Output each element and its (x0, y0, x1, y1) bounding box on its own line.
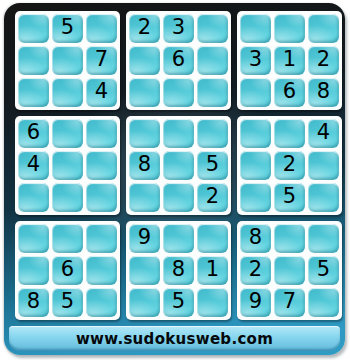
cell-r3c5[interactable] (163, 78, 194, 107)
cell-r4c1[interactable]: 6 (18, 119, 49, 148)
cell-r2c3[interactable]: 7 (86, 46, 117, 75)
cell-r7c4[interactable]: 9 (129, 224, 160, 253)
cell-r3c6[interactable] (197, 78, 228, 107)
cell-r6c5[interactable] (163, 183, 194, 212)
box-1-2: 236 (126, 11, 231, 110)
cell-r1c1[interactable] (18, 14, 49, 43)
cell-r6c2[interactable] (52, 183, 83, 212)
cell-r7c5[interactable] (163, 224, 194, 253)
cell-r3c1[interactable] (18, 78, 49, 107)
cell-value: 7 (95, 49, 108, 70)
cell-r5c6[interactable]: 5 (197, 151, 228, 180)
box-1-3: 31268 (237, 11, 342, 110)
cell-r4c5[interactable] (163, 119, 194, 148)
cell-r8c8[interactable] (274, 256, 305, 285)
cell-r6c6[interactable]: 2 (197, 183, 228, 212)
cell-r4c8[interactable] (274, 119, 305, 148)
cell-value: 5 (172, 291, 185, 312)
cell-r4c6[interactable] (197, 119, 228, 148)
footer-bar: www.sudokusweb.com (9, 326, 340, 351)
cell-r4c9[interactable]: 4 (308, 119, 339, 148)
cell-value: 9 (249, 291, 262, 312)
cell-value: 8 (172, 259, 185, 280)
cell-value: 6 (61, 259, 74, 280)
board-frame: 5742363126864852425685981582597 www.sudo… (4, 3, 345, 355)
cell-value: 6 (172, 49, 185, 70)
cell-r7c8[interactable] (274, 224, 305, 253)
cell-r3c3[interactable]: 4 (86, 78, 117, 107)
cell-r8c5[interactable]: 8 (163, 256, 194, 285)
cell-r1c7[interactable] (240, 14, 271, 43)
cell-r7c9[interactable] (308, 224, 339, 253)
cell-r5c7[interactable] (240, 151, 271, 180)
cell-r4c4[interactable] (129, 119, 160, 148)
cell-r1c9[interactable] (308, 14, 339, 43)
cell-r8c7[interactable]: 2 (240, 256, 271, 285)
cell-value: 5 (206, 154, 219, 175)
box-3-1: 685 (15, 221, 120, 320)
cell-r9c9[interactable] (308, 288, 339, 317)
site-url: www.sudokusweb.com (76, 330, 273, 348)
cell-value: 2 (138, 17, 151, 38)
cell-value: 5 (61, 291, 74, 312)
cell-value: 1 (206, 259, 219, 280)
cell-r1c3[interactable] (86, 14, 117, 43)
cell-r3c4[interactable] (129, 78, 160, 107)
cell-r1c4[interactable]: 2 (129, 14, 160, 43)
box-2-1: 64 (15, 116, 120, 215)
cell-r6c9[interactable] (308, 183, 339, 212)
box-2-3: 425 (237, 116, 342, 215)
cell-value: 6 (283, 81, 296, 102)
cell-r3c2[interactable] (52, 78, 83, 107)
cell-value: 9 (138, 227, 151, 248)
cell-value: 4 (27, 154, 40, 175)
box-3-3: 82597 (237, 221, 342, 320)
cell-r2c8[interactable]: 1 (274, 46, 305, 75)
cell-r2c2[interactable] (52, 46, 83, 75)
cell-r4c7[interactable] (240, 119, 271, 148)
cell-value: 8 (27, 291, 40, 312)
cell-r5c9[interactable] (308, 151, 339, 180)
cell-value: 7 (283, 291, 296, 312)
cell-r4c3[interactable] (86, 119, 117, 148)
cell-r3c7[interactable] (240, 78, 271, 107)
cell-value: 2 (283, 154, 296, 175)
cell-r6c1[interactable] (18, 183, 49, 212)
cell-r9c6[interactable] (197, 288, 228, 317)
cell-r5c8[interactable]: 2 (274, 151, 305, 180)
cell-r2c9[interactable]: 2 (308, 46, 339, 75)
cell-value: 3 (172, 17, 185, 38)
cell-value: 1 (283, 49, 296, 70)
cell-r8c6[interactable]: 1 (197, 256, 228, 285)
cell-r8c1[interactable] (18, 256, 49, 285)
cell-r1c6[interactable] (197, 14, 228, 43)
cell-value: 2 (206, 186, 219, 207)
cell-r2c4[interactable] (129, 46, 160, 75)
cell-r6c3[interactable] (86, 183, 117, 212)
cell-r5c1[interactable]: 4 (18, 151, 49, 180)
cell-r5c3[interactable] (86, 151, 117, 180)
cell-r1c2[interactable]: 5 (52, 14, 83, 43)
cell-r9c1[interactable]: 8 (18, 288, 49, 317)
cell-r5c5[interactable] (163, 151, 194, 180)
cell-r9c8[interactable]: 7 (274, 288, 305, 317)
cell-r5c2[interactable] (52, 151, 83, 180)
cell-r7c2[interactable] (52, 224, 83, 253)
cell-r9c2[interactable]: 5 (52, 288, 83, 317)
cell-value: 4 (317, 122, 330, 143)
cell-value: 6 (27, 122, 40, 143)
box-1-1: 574 (15, 11, 120, 110)
cell-r1c8[interactable] (274, 14, 305, 43)
cell-value: 3 (249, 49, 262, 70)
box-3-2: 9815 (126, 221, 231, 320)
cell-value: 8 (249, 227, 262, 248)
cell-value: 8 (138, 154, 151, 175)
cell-r9c3[interactable] (86, 288, 117, 317)
cell-r9c5[interactable]: 5 (163, 288, 194, 317)
cell-value: 2 (317, 49, 330, 70)
cell-r6c7[interactable] (240, 183, 271, 212)
cell-r9c7[interactable]: 9 (240, 288, 271, 317)
cell-value: 5 (61, 17, 74, 38)
box-2-2: 852 (126, 116, 231, 215)
cell-value: 5 (283, 186, 296, 207)
cell-r5c4[interactable]: 8 (129, 151, 160, 180)
cell-value: 2 (249, 259, 262, 280)
cell-r8c3[interactable] (86, 256, 117, 285)
cell-r8c9[interactable]: 5 (308, 256, 339, 285)
cell-value: 8 (317, 81, 330, 102)
cell-r3c8[interactable]: 6 (274, 78, 305, 107)
cell-r1c5[interactable]: 3 (163, 14, 194, 43)
cell-r8c4[interactable] (129, 256, 160, 285)
cell-r2c5[interactable]: 6 (163, 46, 194, 75)
cell-r7c1[interactable] (18, 224, 49, 253)
cell-r3c9[interactable]: 8 (308, 78, 339, 107)
cell-r6c4[interactable] (129, 183, 160, 212)
cell-r7c3[interactable] (86, 224, 117, 253)
cell-r4c2[interactable] (52, 119, 83, 148)
cell-r7c6[interactable] (197, 224, 228, 253)
cell-value: 5 (317, 259, 330, 280)
cell-r6c8[interactable]: 5 (274, 183, 305, 212)
cell-r2c6[interactable] (197, 46, 228, 75)
cell-value: 4 (95, 81, 108, 102)
cell-r8c2[interactable]: 6 (52, 256, 83, 285)
cell-r9c4[interactable] (129, 288, 160, 317)
cell-r7c7[interactable]: 8 (240, 224, 271, 253)
cell-r2c1[interactable] (18, 46, 49, 75)
cell-r2c7[interactable]: 3 (240, 46, 271, 75)
sudoku-board: 5742363126864852425685981582597 (15, 11, 342, 320)
